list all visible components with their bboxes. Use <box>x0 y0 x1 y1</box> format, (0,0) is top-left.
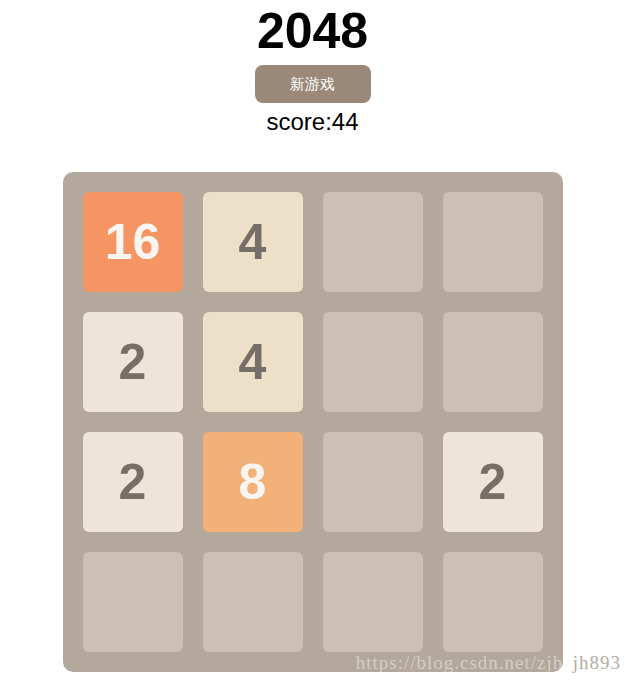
watermark-tail: jh893 <box>573 652 621 673</box>
empty-cell <box>323 552 423 652</box>
empty-cell <box>323 432 423 532</box>
empty-cell <box>443 192 543 292</box>
tile-8: 8 <box>203 432 303 532</box>
score-text: score:44 <box>0 108 625 136</box>
empty-cell <box>83 552 183 652</box>
tile-2: 2 <box>83 312 183 412</box>
empty-cell <box>323 192 423 292</box>
page-title: 2048 <box>0 4 625 58</box>
empty-cell <box>203 552 303 652</box>
empty-cell <box>443 312 543 412</box>
tile-4: 4 <box>203 312 303 412</box>
tile-4: 4 <box>203 192 303 292</box>
page: 2048 新游戏 score:44 16424282 https://blog.… <box>0 0 625 680</box>
tile-2: 2 <box>83 432 183 532</box>
tile-2: 2 <box>443 432 543 532</box>
tile-16: 16 <box>83 192 183 292</box>
empty-cell <box>323 312 423 412</box>
board[interactable]: 16424282 <box>63 172 563 672</box>
button-row: 新游戏 <box>0 65 625 103</box>
new-game-button[interactable]: 新游戏 <box>255 65 371 103</box>
empty-cell <box>443 552 543 652</box>
